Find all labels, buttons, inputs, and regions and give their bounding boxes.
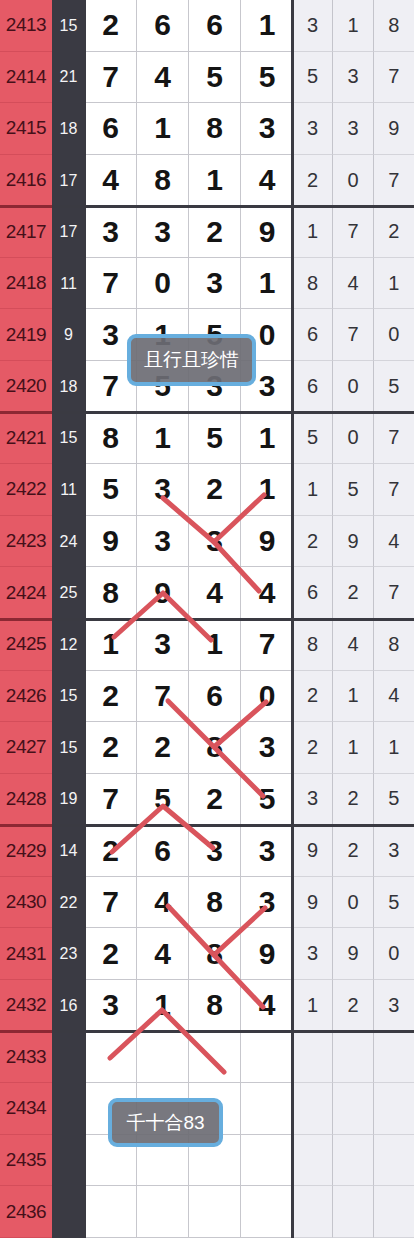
aux-digit-cell: 4 xyxy=(333,619,373,671)
sum-cell: 15 xyxy=(52,0,85,52)
group-separator-issue xyxy=(0,205,52,208)
sum-cell: 25 xyxy=(52,567,85,619)
issue-cell: 2427 xyxy=(0,722,52,774)
aux-digit-cell: 5 xyxy=(374,361,414,413)
sum-cell: 15 xyxy=(52,671,85,723)
digit-cell: 5 xyxy=(241,774,293,826)
digit-cell: 9 xyxy=(241,928,293,980)
sum-cell: 19 xyxy=(52,774,85,826)
digit-cell: 7 xyxy=(85,774,137,826)
digit-cell: 3 xyxy=(137,619,189,671)
sum-cell: 17 xyxy=(52,155,85,207)
aux-digit-cell: 0 xyxy=(333,413,373,465)
digit-cell: 6 xyxy=(189,0,241,52)
issue-cell: 2422 xyxy=(0,464,52,516)
aux-digit-cell: 2 xyxy=(333,774,373,826)
digit-cell: 3 xyxy=(241,722,293,774)
digit-cell xyxy=(241,1083,293,1135)
aux-digit-cell: 1 xyxy=(293,980,333,1032)
issue-cell: 2425 xyxy=(0,619,52,671)
sum-cell: 15 xyxy=(52,413,85,465)
aux-digit-cell: 9 xyxy=(333,516,373,568)
issue-cell: 2420 xyxy=(0,361,52,413)
aux-digit-cell: 6 xyxy=(293,567,333,619)
digit-cell: 9 xyxy=(137,567,189,619)
digit-cell: 8 xyxy=(85,413,137,465)
digit-cell: 5 xyxy=(189,52,241,104)
digit-cell: 4 xyxy=(241,980,293,1032)
issue-cell: 2428 xyxy=(0,774,52,826)
digit-cell: 1 xyxy=(241,258,293,310)
aux-digit-cell: 8 xyxy=(293,619,333,671)
group-separator xyxy=(52,205,414,208)
issue-cell: 2426 xyxy=(0,671,52,723)
aux-digit-cell xyxy=(293,1135,333,1187)
aux-digit-cell: 0 xyxy=(333,155,373,207)
digit-cell: 8 xyxy=(137,155,189,207)
sum-cell: 11 xyxy=(52,258,85,310)
digit-cell: 8 xyxy=(189,103,241,155)
sum-cell: 24 xyxy=(52,516,85,568)
issue-cell: 2433 xyxy=(0,1032,52,1084)
issue-cell: 2436 xyxy=(0,1186,52,1238)
aux-digit-cell: 2 xyxy=(293,516,333,568)
group-separator-issue xyxy=(0,1030,52,1033)
digit-cell: 5 xyxy=(241,52,293,104)
sum-cell xyxy=(52,1032,85,1084)
sum-cell xyxy=(52,1135,85,1187)
lottery-trend-chart: 2413241424152416241724182419242024212422… xyxy=(0,0,414,1238)
group-separator-issue xyxy=(0,824,52,827)
digit-cell: 1 xyxy=(189,619,241,671)
aux-digit-cell xyxy=(374,1083,414,1135)
issue-cell: 2418 xyxy=(0,258,52,310)
issue-cell: 2421 xyxy=(0,413,52,465)
digit-cell: 0 xyxy=(241,671,293,723)
aux-digit-cell: 3 xyxy=(293,103,333,155)
digit-cell: 8 xyxy=(189,980,241,1032)
aux-digit-cell: 9 xyxy=(293,877,333,929)
digit-cell: 7 xyxy=(85,877,137,929)
digit-cell: 1 xyxy=(189,155,241,207)
aux-digit-cell: 3 xyxy=(333,103,373,155)
digit-cell xyxy=(85,1032,137,1084)
digit-cell: 3 xyxy=(137,516,189,568)
digit-cell: 2 xyxy=(189,206,241,258)
sum-cell: 14 xyxy=(52,825,85,877)
aux-digit-cell: 5 xyxy=(374,774,414,826)
aux-digit-cell: 0 xyxy=(333,877,373,929)
digit-cell: 1 xyxy=(137,413,189,465)
digit-cell: 3 xyxy=(189,825,241,877)
digit-cell: 7 xyxy=(241,619,293,671)
aux-digit-cell: 2 xyxy=(374,206,414,258)
group-separator xyxy=(52,1030,414,1033)
digit-cell: 3 xyxy=(241,825,293,877)
digit-cell: 2 xyxy=(189,464,241,516)
digit-cell: 2 xyxy=(85,671,137,723)
digit-cell: 5 xyxy=(85,464,137,516)
aux-digit-cell: 3 xyxy=(333,52,373,104)
aux-digit-cell: 5 xyxy=(293,52,333,104)
sum-cell: 9 xyxy=(52,309,85,361)
digit-cell: 7 xyxy=(85,258,137,310)
digit-cell: 8 xyxy=(189,722,241,774)
digit-cell: 1 xyxy=(241,464,293,516)
aux-digit-cell: 5 xyxy=(333,464,373,516)
aux-digit-cell: 3 xyxy=(293,0,333,52)
digit-cell: 6 xyxy=(189,671,241,723)
aux-digit-cell: 7 xyxy=(374,155,414,207)
aux-digit-cell: 7 xyxy=(374,413,414,465)
digit-cell xyxy=(137,1032,189,1084)
aux-digit-cell: 7 xyxy=(374,567,414,619)
digit-cell: 2 xyxy=(137,722,189,774)
digit-cell xyxy=(189,1186,241,1238)
aux-digit-cell: 9 xyxy=(374,103,414,155)
aux-digit-cell: 8 xyxy=(293,258,333,310)
issue-cell: 2424 xyxy=(0,567,52,619)
issue-cell: 2416 xyxy=(0,155,52,207)
sum-cell: 21 xyxy=(52,52,85,104)
digit-cell: 1 xyxy=(241,413,293,465)
digit-cell: 2 xyxy=(85,825,137,877)
aux-digit-cell xyxy=(293,1083,333,1135)
issue-cell: 2415 xyxy=(0,103,52,155)
issue-cell: 2435 xyxy=(0,1135,52,1187)
digit-cell: 9 xyxy=(241,516,293,568)
digit-cell: 4 xyxy=(85,155,137,207)
issue-cell: 2432 xyxy=(0,980,52,1032)
digit-cell: 4 xyxy=(241,155,293,207)
digit-cell xyxy=(241,1186,293,1238)
sum-cell: 22 xyxy=(52,877,85,929)
group-separator-issue xyxy=(0,411,52,414)
aux-digit-cell: 3 xyxy=(293,774,333,826)
aux-digit-cell: 7 xyxy=(333,206,373,258)
annotation-note-2[interactable]: 千十合83 xyxy=(108,1098,223,1147)
sum-cell: 23 xyxy=(52,928,85,980)
digit-cell xyxy=(137,1186,189,1238)
aux-digit-cell xyxy=(374,1032,414,1084)
sum-cell: 17 xyxy=(52,206,85,258)
aux-digit-cell: 0 xyxy=(374,928,414,980)
aux-digit-cell: 2 xyxy=(333,825,373,877)
digit-cell: 8 xyxy=(85,567,137,619)
aux-digit-cell: 1 xyxy=(374,722,414,774)
aux-digit-cell: 2 xyxy=(333,980,373,1032)
digit-cell: 4 xyxy=(241,567,293,619)
aux-digit-cell: 9 xyxy=(293,825,333,877)
annotation-note-2-text: 千十合83 xyxy=(126,1110,204,1136)
aux-digit-cell xyxy=(333,1083,373,1135)
aux-digit-cell: 3 xyxy=(374,825,414,877)
aux-digit-cell: 2 xyxy=(293,671,333,723)
aux-digit-cell: 1 xyxy=(333,722,373,774)
digit-cell: 3 xyxy=(189,516,241,568)
digit-cell: 3 xyxy=(85,980,137,1032)
digit-cell: 8 xyxy=(189,877,241,929)
sum-cell xyxy=(52,1083,85,1135)
group-separator xyxy=(52,618,414,621)
aux-digit-cell: 0 xyxy=(374,309,414,361)
issue-cell: 2419 xyxy=(0,309,52,361)
aux-digit-cell: 6 xyxy=(293,309,333,361)
aux-digit-cell xyxy=(333,1186,373,1238)
aux-digit-cell: 5 xyxy=(293,413,333,465)
digit-cell: 4 xyxy=(189,567,241,619)
aux-digit-cell: 1 xyxy=(293,206,333,258)
aux-digit-cell: 4 xyxy=(374,671,414,723)
issue-cell: 2434 xyxy=(0,1083,52,1135)
digit-cell: 2 xyxy=(189,774,241,826)
sum-cell: 12 xyxy=(52,619,85,671)
group-separator-issue xyxy=(0,618,52,621)
digit-cell: 3 xyxy=(137,464,189,516)
sum-cell: 15 xyxy=(52,722,85,774)
digit-cell xyxy=(241,1032,293,1084)
issue-cell: 2429 xyxy=(0,825,52,877)
digit-cell: 8 xyxy=(189,928,241,980)
digit-cell: 6 xyxy=(137,0,189,52)
digit-cell: 9 xyxy=(241,206,293,258)
aux-digit-cell: 1 xyxy=(374,258,414,310)
aux-digit-cell: 8 xyxy=(374,619,414,671)
sum-cell: 18 xyxy=(52,361,85,413)
annotation-note-1[interactable]: 且行且珍惜 xyxy=(127,334,256,386)
issue-cell: 2431 xyxy=(0,928,52,980)
aux-digit-cell: 4 xyxy=(333,258,373,310)
digit-cell: 3 xyxy=(241,103,293,155)
aux-digit-cell: 3 xyxy=(374,980,414,1032)
digit-cell: 9 xyxy=(85,516,137,568)
digit-cell: 2 xyxy=(85,722,137,774)
aux-digit-cell: 9 xyxy=(333,928,373,980)
aux-digit-cell: 1 xyxy=(333,0,373,52)
digit-cell: 6 xyxy=(137,825,189,877)
aux-digit-cell: 5 xyxy=(374,877,414,929)
annotation-note-1-text: 且行且珍惜 xyxy=(144,347,239,373)
aux-digit-cell: 1 xyxy=(293,464,333,516)
digit-cell: 1 xyxy=(85,619,137,671)
aux-digit-cell: 1 xyxy=(333,671,373,723)
digit-cell: 1 xyxy=(241,0,293,52)
digit-cell: 5 xyxy=(189,413,241,465)
digit-cell xyxy=(189,1032,241,1084)
group-separator xyxy=(52,411,414,414)
aux-digit-cell: 7 xyxy=(374,464,414,516)
digit-cell: 3 xyxy=(85,206,137,258)
aux-digit-cell: 2 xyxy=(293,155,333,207)
aux-digit-cell: 2 xyxy=(333,567,373,619)
digit-cell xyxy=(241,1135,293,1187)
issue-cell: 2430 xyxy=(0,877,52,929)
digit-cell xyxy=(85,1186,137,1238)
aux-digit-cell: 2 xyxy=(293,722,333,774)
sum-cell xyxy=(52,1186,85,1238)
aux-digit-cell: 4 xyxy=(374,516,414,568)
aux-digit-cell xyxy=(293,1032,333,1084)
aux-digit-cell xyxy=(374,1186,414,1238)
aux-digit-cell: 8 xyxy=(374,0,414,52)
digit-cell: 1 xyxy=(137,980,189,1032)
digit-cell: 0 xyxy=(137,258,189,310)
digit-cell: 7 xyxy=(137,671,189,723)
sum-cell: 11 xyxy=(52,464,85,516)
digit-cell: 2 xyxy=(85,928,137,980)
aux-digit-cell: 3 xyxy=(293,928,333,980)
digit-cell: 3 xyxy=(189,258,241,310)
sum-cell: 18 xyxy=(52,103,85,155)
aux-digit-cell xyxy=(293,1186,333,1238)
aux-digit-cell: 7 xyxy=(374,52,414,104)
digit-cell: 2 xyxy=(85,0,137,52)
aux-digit-cell: 7 xyxy=(333,309,373,361)
digit-cell: 4 xyxy=(137,928,189,980)
sum-cell: 16 xyxy=(52,980,85,1032)
digit-cell: 5 xyxy=(137,774,189,826)
aux-digit-cell: 6 xyxy=(293,361,333,413)
digit-cell: 3 xyxy=(137,206,189,258)
digit-cell: 4 xyxy=(137,877,189,929)
digit-cell: 7 xyxy=(85,52,137,104)
aux-digit-cell xyxy=(374,1135,414,1187)
aux-digit-cell xyxy=(333,1032,373,1084)
digit-cell: 1 xyxy=(137,103,189,155)
digit-cell: 6 xyxy=(85,103,137,155)
issue-cell: 2414 xyxy=(0,52,52,104)
aux-digit-cell xyxy=(333,1135,373,1187)
issue-cell: 2417 xyxy=(0,206,52,258)
aux-digit-cell: 0 xyxy=(333,361,373,413)
issue-cell: 2413 xyxy=(0,0,52,52)
digit-cell: 3 xyxy=(241,877,293,929)
group-separator xyxy=(52,824,414,827)
digit-cell: 4 xyxy=(137,52,189,104)
issue-cell: 2423 xyxy=(0,516,52,568)
